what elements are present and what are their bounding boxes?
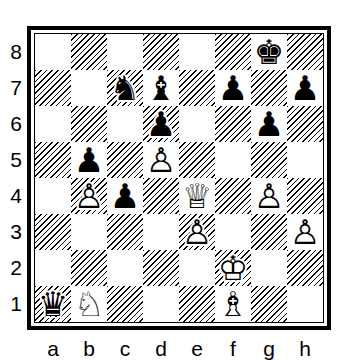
square-d5[interactable]: ♟♙ — [143, 142, 179, 178]
square-b2[interactable] — [71, 250, 107, 286]
square-c6[interactable] — [107, 106, 143, 142]
square-h1[interactable] — [287, 286, 323, 322]
file-label-b: b — [71, 336, 107, 360]
square-a6[interactable] — [35, 106, 71, 142]
square-f1[interactable]: ♝♗ — [215, 286, 251, 322]
square-f2[interactable]: ♚♔ — [215, 250, 251, 286]
square-c7[interactable]: ♞♞ — [107, 70, 143, 106]
file-labels: abcdefgh — [27, 330, 331, 360]
square-g4[interactable]: ♟♙ — [251, 178, 287, 214]
piece-white-bishop[interactable]: ♗ — [215, 286, 251, 322]
square-e1[interactable] — [179, 286, 215, 322]
square-d8[interactable] — [143, 34, 179, 70]
square-g1[interactable] — [251, 286, 287, 322]
piece-black-pawn[interactable]: ♟ — [287, 70, 323, 106]
square-b4[interactable]: ♟♙ — [71, 178, 107, 214]
square-g5[interactable] — [251, 142, 287, 178]
file-label-a: a — [35, 336, 71, 360]
piece-white-pawn[interactable]: ♙ — [251, 178, 287, 214]
square-h8[interactable] — [287, 34, 323, 70]
piece-white-pawn[interactable]: ♙ — [143, 142, 179, 178]
square-c1[interactable] — [107, 286, 143, 322]
square-c4[interactable]: ♟♟ — [107, 178, 143, 214]
piece-black-bishop[interactable]: ♝ — [143, 70, 179, 106]
piece-black-king[interactable]: ♚ — [251, 34, 287, 70]
chess-diagram: 87654321 ♚♚♞♞♝♝♟♟♟♟♟♟♟♟♟♟♟♙♟♙♟♟♛♕♟♙♟♙♟♙♚… — [5, 26, 331, 360]
square-c3[interactable] — [107, 214, 143, 250]
square-f4[interactable] — [215, 178, 251, 214]
board-frame: ♚♚♞♞♝♝♟♟♟♟♟♟♟♟♟♟♟♙♟♙♟♟♛♕♟♙♟♙♟♙♚♔♛♛♞♘♝♗ — [27, 26, 331, 330]
square-a1[interactable]: ♛♛ — [35, 286, 71, 322]
square-d7[interactable]: ♝♝ — [143, 70, 179, 106]
rank-label-4: 4 — [5, 178, 27, 214]
square-a4[interactable] — [35, 178, 71, 214]
square-b6[interactable] — [71, 106, 107, 142]
rank-label-7: 7 — [5, 70, 27, 106]
piece-white-pawn[interactable]: ♙ — [179, 214, 215, 250]
rank-label-8: 8 — [5, 34, 27, 70]
square-e3[interactable]: ♟♙ — [179, 214, 215, 250]
square-g2[interactable] — [251, 250, 287, 286]
piece-black-pawn[interactable]: ♟ — [71, 142, 107, 178]
file-label-h: h — [287, 336, 323, 360]
file-label-e: e — [179, 336, 215, 360]
piece-white-pawn[interactable]: ♙ — [287, 214, 323, 250]
rank-label-2: 2 — [5, 250, 27, 286]
rank-label-5: 5 — [5, 142, 27, 178]
piece-white-king[interactable]: ♔ — [215, 250, 251, 286]
square-c5[interactable] — [107, 142, 143, 178]
square-f3[interactable] — [215, 214, 251, 250]
piece-white-knight[interactable]: ♘ — [71, 286, 107, 322]
square-g3[interactable] — [251, 214, 287, 250]
square-a7[interactable] — [35, 70, 71, 106]
piece-black-pawn[interactable]: ♟ — [143, 106, 179, 142]
piece-black-pawn[interactable]: ♟ — [251, 106, 287, 142]
square-d2[interactable] — [143, 250, 179, 286]
rank-label-1: 1 — [5, 286, 27, 322]
square-g6[interactable]: ♟♟ — [251, 106, 287, 142]
square-e8[interactable] — [179, 34, 215, 70]
square-g7[interactable] — [251, 70, 287, 106]
square-e6[interactable] — [179, 106, 215, 142]
square-d4[interactable] — [143, 178, 179, 214]
square-h7[interactable]: ♟♟ — [287, 70, 323, 106]
square-h3[interactable]: ♟♙ — [287, 214, 323, 250]
file-label-c: c — [107, 336, 143, 360]
square-g8[interactable]: ♚♚ — [251, 34, 287, 70]
square-e5[interactable] — [179, 142, 215, 178]
piece-black-knight[interactable]: ♞ — [107, 70, 143, 106]
square-c8[interactable] — [107, 34, 143, 70]
square-f5[interactable] — [215, 142, 251, 178]
piece-black-queen[interactable]: ♛ — [35, 286, 71, 322]
square-d6[interactable]: ♟♟ — [143, 106, 179, 142]
square-h5[interactable] — [287, 142, 323, 178]
square-e7[interactable] — [179, 70, 215, 106]
piece-white-queen[interactable]: ♕ — [179, 178, 215, 214]
square-b3[interactable] — [71, 214, 107, 250]
square-b8[interactable] — [71, 34, 107, 70]
chess-board: ♚♚♞♞♝♝♟♟♟♟♟♟♟♟♟♟♟♙♟♙♟♟♛♕♟♙♟♙♟♙♚♔♛♛♞♘♝♗ — [34, 33, 324, 323]
piece-black-pawn[interactable]: ♟ — [215, 70, 251, 106]
square-d3[interactable] — [143, 214, 179, 250]
rank-label-3: 3 — [5, 214, 27, 250]
file-label-f: f — [215, 336, 251, 360]
square-a3[interactable] — [35, 214, 71, 250]
file-label-g: g — [251, 336, 287, 360]
rank-labels: 87654321 — [5, 26, 27, 330]
square-e2[interactable] — [179, 250, 215, 286]
square-b7[interactable] — [71, 70, 107, 106]
square-h2[interactable] — [287, 250, 323, 286]
square-a8[interactable] — [35, 34, 71, 70]
piece-black-pawn[interactable]: ♟ — [107, 178, 143, 214]
square-d1[interactable] — [143, 286, 179, 322]
square-f7[interactable]: ♟♟ — [215, 70, 251, 106]
square-a5[interactable] — [35, 142, 71, 178]
square-c2[interactable] — [107, 250, 143, 286]
square-b1[interactable]: ♞♘ — [71, 286, 107, 322]
square-e4[interactable]: ♛♕ — [179, 178, 215, 214]
file-label-d: d — [143, 336, 179, 360]
square-f8[interactable] — [215, 34, 251, 70]
square-f6[interactable] — [215, 106, 251, 142]
square-h6[interactable] — [287, 106, 323, 142]
square-a2[interactable] — [35, 250, 71, 286]
square-b5[interactable]: ♟♟ — [71, 142, 107, 178]
square-h4[interactable] — [287, 178, 323, 214]
piece-white-pawn[interactable]: ♙ — [71, 178, 107, 214]
rank-label-6: 6 — [5, 106, 27, 142]
